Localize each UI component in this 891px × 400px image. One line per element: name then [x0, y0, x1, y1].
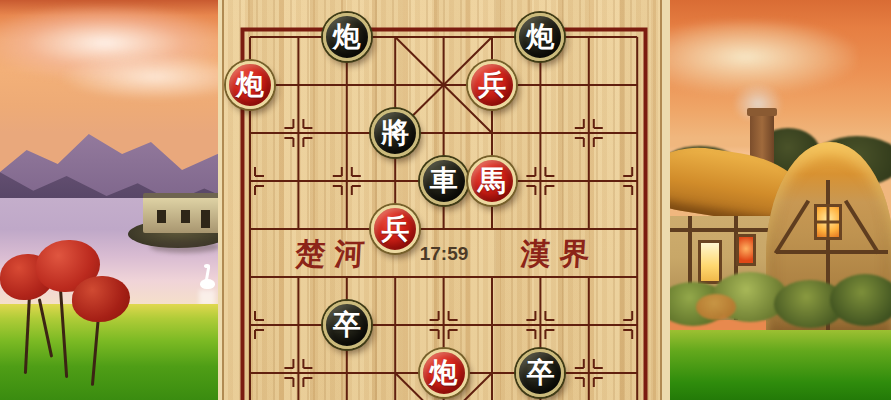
swan [200, 279, 215, 289]
red-tree-crown [72, 276, 130, 322]
tree-trunk [59, 286, 68, 378]
cloud [670, 20, 856, 94]
house-window [181, 210, 190, 223]
piece-character: 卒 [526, 359, 554, 387]
timber-beam [670, 228, 770, 232]
piece-character: 將 [381, 119, 409, 147]
grass-right [670, 330, 891, 400]
red-lit-window [736, 234, 756, 266]
chimney-cap [747, 108, 777, 116]
cloud [60, 54, 222, 100]
lakeside-house [143, 193, 222, 233]
piece-red-soldier[interactable]: 兵 [371, 205, 419, 253]
piece-character: 卒 [333, 311, 361, 339]
piece-red-soldier[interactable]: 兵 [468, 61, 516, 109]
piece-character: 兵 [381, 215, 409, 243]
piece-red-cannon[interactable]: 炮 [420, 349, 468, 397]
bush [830, 274, 891, 326]
tree-trunk [24, 292, 31, 374]
background-left-scene [0, 0, 222, 400]
piece-red-cannon[interactable]: 炮 [226, 61, 274, 109]
piece-character: 炮 [236, 71, 264, 99]
piece-red-horse[interactable]: 馬 [468, 157, 516, 205]
piece-black-soldier[interactable]: 卒 [323, 301, 371, 349]
tree-trunk [91, 314, 100, 386]
xiangqi-game-screen: 楚河 17:59 漢界 炮炮炮兵將車馬兵卒炮卒 [0, 0, 891, 400]
red-trees [0, 240, 165, 400]
swan-head [204, 264, 210, 268]
background-right-scene [670, 0, 891, 400]
gable-window [814, 204, 842, 240]
flowering-bush [696, 294, 736, 320]
piece-character: 炮 [430, 359, 458, 387]
piece-character: 炮 [526, 23, 554, 51]
piece-black-chariot[interactable]: 車 [420, 157, 468, 205]
river-label-han-jie: 漢界 [488, 235, 622, 273]
piece-character: 兵 [478, 71, 506, 99]
house-door [201, 210, 210, 228]
xiangqi-board[interactable]: 楚河 17:59 漢界 炮炮炮兵將車馬兵卒炮卒 [218, 0, 670, 400]
timber-beam [776, 250, 888, 254]
piece-black-general[interactable]: 將 [371, 109, 419, 157]
piece-character: 炮 [333, 23, 361, 51]
piece-black-cannon[interactable]: 炮 [323, 13, 371, 61]
piece-character: 車 [430, 167, 458, 195]
tree-trunk [38, 298, 53, 357]
piece-character: 馬 [478, 167, 506, 195]
house-window [157, 210, 166, 223]
